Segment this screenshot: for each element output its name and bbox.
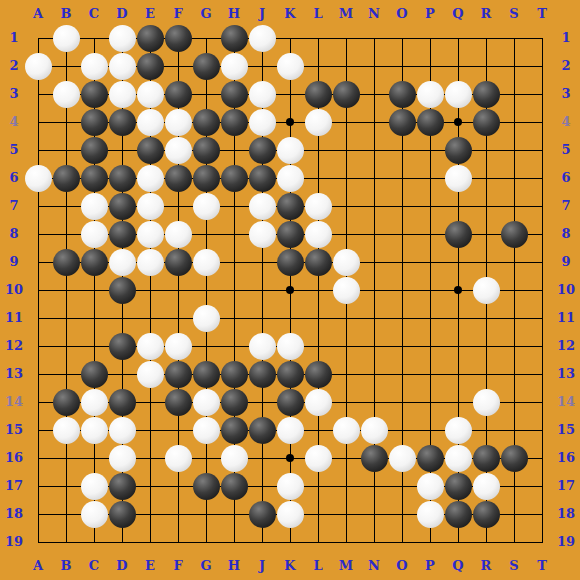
row-label-left-14: 14 [1,394,27,410]
stone-black-O3 [389,81,416,108]
stone-black-E2 [137,53,164,80]
row-label-left-17: 17 [1,478,27,494]
row-label-left-4: 4 [1,114,27,130]
stone-black-F3 [165,81,192,108]
stone-black-C5 [81,137,108,164]
stone-white-K17 [277,473,304,500]
col-label-bottom-B: B [56,558,76,574]
stone-white-J3 [249,81,276,108]
stone-black-H3 [221,81,248,108]
row-label-left-9: 9 [1,254,27,270]
row-label-right-2: 2 [553,58,579,74]
stone-white-L4 [305,109,332,136]
stone-white-G7 [193,193,220,220]
stone-black-C3 [81,81,108,108]
stone-black-C13 [81,361,108,388]
stone-white-D2 [109,53,136,80]
stone-black-G5 [193,137,220,164]
stone-black-J13 [249,361,276,388]
stone-black-D4 [109,109,136,136]
row-label-left-2: 2 [1,58,27,74]
stone-black-J18 [249,501,276,528]
stone-white-J4 [249,109,276,136]
row-label-right-3: 3 [553,86,579,102]
col-label-top-F: F [168,6,188,22]
stone-black-N16 [361,445,388,472]
col-label-bottom-Q: Q [448,558,468,574]
col-label-top-S: S [504,6,524,22]
stone-white-F8 [165,221,192,248]
col-label-top-O: O [392,6,412,22]
stone-black-R18 [473,501,500,528]
stone-white-P17 [417,473,444,500]
stone-white-B1 [53,25,80,52]
stone-white-P3 [417,81,444,108]
stone-white-A6 [25,165,52,192]
stone-white-Q6 [445,165,472,192]
stone-black-H17 [221,473,248,500]
stone-black-S16 [501,445,528,472]
stone-black-R3 [473,81,500,108]
stone-black-F9 [165,249,192,276]
stone-black-K9 [277,249,304,276]
stone-black-Q8 [445,221,472,248]
stone-black-S8 [501,221,528,248]
col-label-top-D: D [112,6,132,22]
row-label-left-8: 8 [1,226,27,242]
stone-black-J6 [249,165,276,192]
row-label-right-9: 9 [553,254,579,270]
stone-black-B14 [53,389,80,416]
col-label-bottom-E: E [140,558,160,574]
stone-black-L3 [305,81,332,108]
stone-white-H16 [221,445,248,472]
row-label-left-3: 3 [1,86,27,102]
stone-black-C6 [81,165,108,192]
stone-white-Q16 [445,445,472,472]
stone-black-D17 [109,473,136,500]
stone-black-Q18 [445,501,472,528]
stone-black-O4 [389,109,416,136]
stone-white-J7 [249,193,276,220]
stone-black-L13 [305,361,332,388]
stone-white-D3 [109,81,136,108]
col-label-top-E: E [140,6,160,22]
col-label-bottom-N: N [364,558,384,574]
stone-white-C14 [81,389,108,416]
stone-black-E1 [137,25,164,52]
col-label-bottom-L: L [308,558,328,574]
stone-white-Q15 [445,417,472,444]
col-label-bottom-D: D [112,558,132,574]
row-label-left-11: 11 [1,310,27,326]
col-label-top-R: R [476,6,496,22]
row-label-left-18: 18 [1,506,27,522]
row-label-right-12: 12 [553,338,579,354]
row-label-right-14: 14 [553,394,579,410]
stone-black-K13 [277,361,304,388]
row-label-right-15: 15 [553,422,579,438]
stone-white-K12 [277,333,304,360]
col-label-bottom-M: M [336,558,356,574]
stone-black-J15 [249,417,276,444]
stones-layer [24,24,556,556]
stone-white-D16 [109,445,136,472]
stone-black-R16 [473,445,500,472]
stone-white-E13 [137,361,164,388]
row-label-right-18: 18 [553,506,579,522]
row-label-right-4: 4 [553,114,579,130]
stone-black-F6 [165,165,192,192]
stone-black-P16 [417,445,444,472]
col-label-bottom-T: T [532,558,552,574]
stone-black-C9 [81,249,108,276]
go-board[interactable]: AABBCCDDEEFFGGHHJJKKLLMMNNOOPPQQRRSSTT11… [0,0,580,580]
col-label-bottom-C: C [84,558,104,574]
stone-black-K8 [277,221,304,248]
stone-white-J1 [249,25,276,52]
col-label-top-K: K [280,6,300,22]
stone-white-E8 [137,221,164,248]
col-label-top-Q: Q [448,6,468,22]
row-label-left-15: 15 [1,422,27,438]
stone-white-A2 [25,53,52,80]
col-label-top-J: J [252,6,272,22]
stone-white-R10 [473,277,500,304]
stone-black-J5 [249,137,276,164]
row-label-right-13: 13 [553,366,579,382]
row-label-left-19: 19 [1,534,27,550]
stone-white-G15 [193,417,220,444]
stone-white-F5 [165,137,192,164]
stone-white-R14 [473,389,500,416]
stone-white-F4 [165,109,192,136]
col-label-bottom-K: K [280,558,300,574]
stone-white-K2 [277,53,304,80]
stone-black-K7 [277,193,304,220]
stone-white-B15 [53,417,80,444]
row-label-left-5: 5 [1,142,27,158]
stone-black-H14 [221,389,248,416]
row-label-left-12: 12 [1,338,27,354]
row-label-right-11: 11 [553,310,579,326]
stone-black-G2 [193,53,220,80]
stone-white-E12 [137,333,164,360]
col-label-top-B: B [56,6,76,22]
stone-white-J12 [249,333,276,360]
row-label-left-1: 1 [1,30,27,46]
stone-black-D12 [109,333,136,360]
stone-black-B9 [53,249,80,276]
col-label-bottom-A: A [28,558,48,574]
col-label-bottom-O: O [392,558,412,574]
col-label-top-L: L [308,6,328,22]
stone-white-L14 [305,389,332,416]
stone-white-H2 [221,53,248,80]
col-label-bottom-F: F [168,558,188,574]
stone-black-R4 [473,109,500,136]
stone-white-Q3 [445,81,472,108]
row-label-left-16: 16 [1,450,27,466]
stone-black-D14 [109,389,136,416]
col-label-top-N: N [364,6,384,22]
stone-white-B3 [53,81,80,108]
stone-white-C8 [81,221,108,248]
stone-white-K15 [277,417,304,444]
col-label-top-G: G [196,6,216,22]
stone-white-C15 [81,417,108,444]
col-label-top-M: M [336,6,356,22]
col-label-bottom-S: S [504,558,524,574]
row-label-right-7: 7 [553,198,579,214]
stone-white-M9 [333,249,360,276]
col-label-top-A: A [28,6,48,22]
stone-white-O16 [389,445,416,472]
stone-white-L16 [305,445,332,472]
stone-black-F1 [165,25,192,52]
col-label-bottom-G: G [196,558,216,574]
stone-white-E7 [137,193,164,220]
stone-white-C17 [81,473,108,500]
stone-white-F16 [165,445,192,472]
stone-white-N15 [361,417,388,444]
stone-white-E9 [137,249,164,276]
stone-black-H13 [221,361,248,388]
stone-white-C18 [81,501,108,528]
stone-black-D7 [109,193,136,220]
stone-black-G6 [193,165,220,192]
col-label-top-C: C [84,6,104,22]
stone-white-K18 [277,501,304,528]
stone-black-D10 [109,277,136,304]
stone-black-H1 [221,25,248,52]
stone-black-K14 [277,389,304,416]
stone-white-E4 [137,109,164,136]
stone-black-D6 [109,165,136,192]
stone-black-H15 [221,417,248,444]
stone-black-G4 [193,109,220,136]
col-label-bottom-R: R [476,558,496,574]
row-label-right-17: 17 [553,478,579,494]
col-label-top-P: P [420,6,440,22]
stone-black-D8 [109,221,136,248]
stone-black-P4 [417,109,444,136]
col-label-bottom-P: P [420,558,440,574]
stone-white-D1 [109,25,136,52]
stone-white-C2 [81,53,108,80]
stone-black-G13 [193,361,220,388]
row-label-left-6: 6 [1,170,27,186]
row-label-right-8: 8 [553,226,579,242]
stone-white-E6 [137,165,164,192]
stone-black-H4 [221,109,248,136]
stone-black-F14 [165,389,192,416]
row-label-right-16: 16 [553,450,579,466]
col-label-bottom-H: H [224,558,244,574]
stone-white-D15 [109,417,136,444]
stone-white-L8 [305,221,332,248]
stone-white-G14 [193,389,220,416]
row-label-left-13: 13 [1,366,27,382]
col-label-top-H: H [224,6,244,22]
stone-white-J8 [249,221,276,248]
stone-black-Q5 [445,137,472,164]
stone-black-F13 [165,361,192,388]
stone-black-L9 [305,249,332,276]
stone-black-Q17 [445,473,472,500]
stone-white-G9 [193,249,220,276]
stone-white-P18 [417,501,444,528]
stone-white-D9 [109,249,136,276]
stone-black-H6 [221,165,248,192]
stone-black-C4 [81,109,108,136]
stone-white-L7 [305,193,332,220]
stone-black-B6 [53,165,80,192]
row-label-right-1: 1 [553,30,579,46]
col-label-top-T: T [532,6,552,22]
row-label-left-7: 7 [1,198,27,214]
stone-black-M3 [333,81,360,108]
row-label-right-19: 19 [553,534,579,550]
stone-white-G11 [193,305,220,332]
row-label-right-10: 10 [553,282,579,298]
stone-black-E5 [137,137,164,164]
stone-white-E3 [137,81,164,108]
stone-white-M15 [333,417,360,444]
row-label-left-10: 10 [1,282,27,298]
stone-white-R17 [473,473,500,500]
stone-white-K6 [277,165,304,192]
stone-black-D18 [109,501,136,528]
stone-white-F12 [165,333,192,360]
stone-white-K5 [277,137,304,164]
row-label-right-6: 6 [553,170,579,186]
col-label-bottom-J: J [252,558,272,574]
stone-white-C7 [81,193,108,220]
stone-white-M10 [333,277,360,304]
stone-black-G17 [193,473,220,500]
row-label-right-5: 5 [553,142,579,158]
